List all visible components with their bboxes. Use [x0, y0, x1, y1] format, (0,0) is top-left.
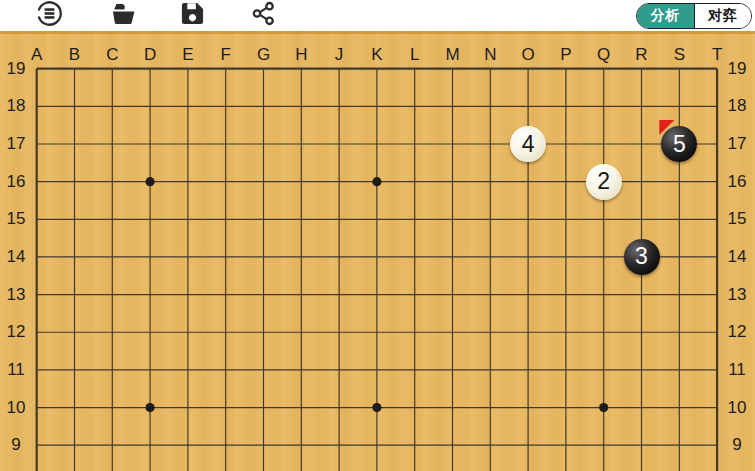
save-floppy-icon — [179, 0, 206, 27]
row-label-left-15: 15 — [2, 209, 30, 229]
col-label-f: F — [214, 45, 238, 65]
go-board[interactable]: ABCDEFGHJKLMNOPQRST191918181717161615151… — [0, 31, 755, 471]
menu-button[interactable] — [36, 0, 63, 27]
row-label-right-15: 15 — [723, 209, 751, 229]
star-point-k16 — [372, 177, 381, 186]
row-label-left-13: 13 — [2, 285, 30, 305]
col-label-q: Q — [592, 45, 616, 65]
col-label-n: N — [478, 45, 502, 65]
row-label-left-9: 9 — [2, 435, 30, 455]
col-label-h: H — [289, 45, 313, 65]
col-label-l: L — [403, 45, 427, 65]
row-label-left-12: 12 — [2, 322, 30, 342]
stone-black-r14-move-3[interactable]: 3 — [624, 239, 660, 275]
col-label-r: R — [630, 45, 654, 65]
move-number: 3 — [635, 245, 648, 268]
col-label-k: K — [365, 45, 389, 65]
row-label-right-18: 18 — [723, 96, 751, 116]
row-label-left-11: 11 — [2, 360, 30, 380]
move-number: 5 — [673, 133, 686, 156]
col-label-p: P — [554, 45, 578, 65]
go-app-window: 分析 对弈 ABCDEFGHJKLMNOPQRST191918181717161… — [0, 0, 755, 471]
row-label-left-16: 16 — [2, 172, 30, 192]
row-label-right-10: 10 — [723, 398, 751, 418]
row-label-left-10: 10 — [2, 398, 30, 418]
col-label-d: D — [138, 45, 162, 65]
star-point-k10 — [372, 403, 381, 412]
star-point-d10 — [146, 403, 155, 412]
open-folder-icon — [110, 0, 137, 27]
stone-white-o17-move-4[interactable]: 4 — [510, 126, 546, 162]
row-label-right-16: 16 — [723, 172, 751, 192]
move-number: 4 — [522, 133, 535, 156]
share-icon — [250, 0, 277, 27]
col-label-o: O — [516, 45, 540, 65]
col-label-e: E — [176, 45, 200, 65]
tab-analyze[interactable]: 分析 — [637, 4, 694, 28]
row-label-right-17: 17 — [723, 134, 751, 154]
row-label-right-19: 19 — [723, 59, 751, 79]
row-label-right-9: 9 — [723, 435, 751, 455]
save-button[interactable] — [179, 0, 206, 27]
star-point-q10 — [599, 403, 608, 412]
col-label-m: M — [441, 45, 465, 65]
col-label-c: C — [100, 45, 124, 65]
col-label-s: S — [667, 45, 691, 65]
row-label-right-11: 11 — [723, 360, 751, 380]
col-label-j: J — [327, 45, 351, 65]
toolbar: 分析 对弈 — [0, 0, 755, 31]
tab-play[interactable]: 对弈 — [694, 4, 752, 28]
star-point-d16 — [146, 177, 155, 186]
row-label-right-13: 13 — [723, 285, 751, 305]
row-label-left-17: 17 — [2, 134, 30, 154]
row-label-right-12: 12 — [723, 322, 751, 342]
stone-white-q16-move-2[interactable]: 2 — [586, 164, 622, 200]
share-button[interactable] — [250, 0, 277, 27]
col-label-g: G — [252, 45, 276, 65]
row-label-left-19: 19 — [2, 59, 30, 79]
open-file-button[interactable] — [110, 0, 137, 27]
row-label-right-14: 14 — [723, 247, 751, 267]
mode-toggle: 分析 对弈 — [636, 3, 752, 29]
row-label-left-18: 18 — [2, 96, 30, 116]
col-label-b: B — [63, 45, 87, 65]
menu-icon — [36, 0, 63, 27]
row-label-left-14: 14 — [2, 247, 30, 267]
move-number: 2 — [597, 170, 610, 193]
